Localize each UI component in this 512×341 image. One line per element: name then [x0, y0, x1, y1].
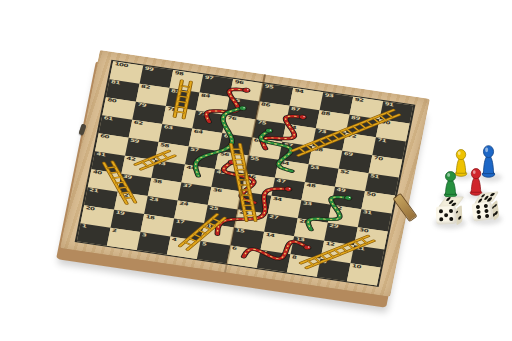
square-number: 54: [280, 160, 290, 166]
square-number: 83: [171, 88, 181, 94]
square-number: 100: [114, 62, 128, 69]
square-number: 21: [89, 188, 99, 194]
square-number: 93: [324, 93, 334, 99]
square-number: 69: [343, 151, 353, 157]
square-3: 3: [137, 232, 171, 254]
square-number: 51: [370, 173, 380, 179]
square-number: 84: [201, 93, 211, 99]
red-pawn[interactable]: [469, 168, 483, 196]
green-pawn[interactable]: [443, 171, 458, 198]
square-number: 38: [152, 178, 162, 184]
square-number: 13: [295, 237, 305, 243]
square-number: 58: [160, 142, 170, 148]
square-number: 19: [115, 210, 125, 216]
square-number: 48: [306, 183, 316, 189]
square-number: 9: [322, 259, 327, 264]
die-face-side-2: [456, 205, 462, 226]
square-number: 56: [220, 151, 230, 157]
square-number: 74: [287, 124, 297, 130]
square-number: 42: [126, 156, 136, 162]
square-number: 86: [261, 102, 271, 108]
square-number: 80: [107, 98, 117, 104]
die-pip: [477, 215, 481, 219]
square-number: 25: [209, 205, 219, 211]
square-number: 92: [354, 97, 364, 103]
die-pip: [494, 203, 497, 207]
square-number: 70: [373, 155, 383, 161]
square-10: 10: [347, 263, 381, 285]
square-number: 6: [232, 246, 237, 251]
square-number: 24: [179, 201, 189, 207]
scene: 1009998979695949392918182838485868788899…: [0, 0, 512, 341]
die-pip: [476, 205, 480, 209]
die-pip: [483, 204, 487, 208]
square-number: 46: [246, 174, 256, 180]
square-number: 94: [294, 88, 304, 94]
square-number: 3: [142, 232, 147, 237]
square-number: 88: [321, 111, 331, 117]
square-number: 15: [235, 228, 245, 234]
square-number: 23: [149, 196, 159, 202]
square-number: 67: [283, 142, 293, 148]
square-number: 16: [205, 223, 215, 229]
square-number: 65: [223, 133, 233, 139]
square-number: 78: [167, 106, 177, 112]
square-number: 97: [204, 75, 214, 81]
square-number: 98: [174, 70, 184, 76]
die-face-front-5: [436, 206, 457, 225]
square-number: 87: [291, 106, 301, 112]
square-number: 27: [269, 214, 279, 220]
square-6: 6: [227, 245, 261, 267]
square-number: 22: [119, 192, 129, 198]
square-number: 43: [156, 160, 166, 166]
square-number: 49: [336, 187, 346, 193]
square-number: 75: [257, 120, 267, 126]
square-number: 57: [190, 147, 200, 153]
square-number: 7: [262, 250, 267, 255]
square-number: 90: [381, 119, 391, 125]
square-number: 50: [366, 191, 376, 197]
die-pip: [439, 218, 443, 222]
square-number: 60: [100, 134, 110, 140]
square-1: 1: [77, 223, 111, 245]
die-face-front-6: [471, 201, 493, 221]
square-2: 2: [107, 228, 141, 250]
square-number: 55: [250, 156, 260, 162]
right-die[interactable]: [469, 191, 502, 222]
square-number: 82: [141, 84, 151, 90]
square-number: 4: [172, 237, 177, 242]
square-number: 40: [92, 170, 102, 176]
die-pip: [490, 192, 496, 196]
square-number: 18: [145, 214, 155, 220]
square-number: 5: [202, 241, 207, 246]
square-number: 44: [186, 165, 196, 171]
die-pip: [495, 211, 498, 215]
square-number: 14: [265, 232, 275, 238]
square-9: 9: [317, 259, 351, 281]
square-number: 64: [193, 129, 203, 135]
square-number: 45: [216, 169, 226, 175]
blue-pawn[interactable]: [481, 145, 496, 178]
die-pip: [459, 216, 462, 220]
square-number: 76: [227, 115, 237, 121]
square-number: 12: [325, 241, 335, 247]
square-number: 96: [234, 79, 244, 85]
square-number: 91: [384, 101, 394, 107]
square-number: 26: [239, 210, 249, 216]
square-number: 8: [292, 255, 297, 260]
die-pip: [456, 210, 459, 214]
square-number: 73: [317, 129, 327, 135]
die-pip: [449, 209, 453, 213]
square-number: 71: [377, 137, 387, 143]
square-number: 31: [362, 209, 372, 215]
square-number: 61: [103, 116, 113, 122]
square-number: 89: [351, 115, 361, 121]
die-pip: [477, 210, 481, 214]
square-number: 72: [347, 133, 357, 139]
square-number: 1: [82, 224, 87, 229]
square-number: 81: [111, 80, 121, 86]
square-number: 95: [264, 84, 274, 90]
square-number: 63: [163, 124, 173, 130]
square-number: 10: [352, 263, 362, 269]
square-number: 62: [133, 120, 143, 126]
square-number: 28: [299, 219, 309, 225]
square-4: 4: [167, 237, 201, 259]
die-pip: [439, 209, 443, 213]
die-pip: [484, 214, 488, 218]
square-number: 30: [359, 227, 369, 233]
square-number: 2: [112, 228, 117, 233]
square-number: 53: [310, 165, 320, 171]
square-number: 37: [182, 183, 192, 189]
square-number: 77: [197, 111, 207, 117]
square-number: 79: [137, 102, 147, 108]
square-number: 34: [272, 196, 282, 202]
square-number: 33: [302, 201, 312, 207]
square-number: 29: [329, 223, 339, 229]
square-7: 7: [257, 250, 291, 272]
square-number: 35: [242, 192, 252, 198]
square-number: 68: [313, 147, 323, 153]
square-number: 47: [276, 178, 286, 184]
square-number: 39: [122, 174, 132, 180]
die-pip: [444, 213, 448, 217]
square-number: 17: [175, 219, 185, 225]
die-face-side-4: [492, 200, 500, 221]
left-die[interactable]: [435, 196, 466, 225]
square-number: 66: [253, 138, 263, 144]
square-number: 52: [340, 169, 350, 175]
square-8: 8: [287, 254, 321, 276]
die-pip: [484, 209, 488, 213]
square-number: 36: [212, 187, 222, 193]
die-pip: [449, 217, 453, 221]
square-number: 41: [96, 152, 106, 158]
square-number: 20: [85, 206, 95, 212]
square-number: 99: [144, 66, 154, 72]
square-number: 11: [355, 245, 365, 251]
square-number: 59: [130, 138, 140, 144]
square-number: 32: [332, 205, 342, 211]
square-number: 85: [231, 97, 241, 103]
